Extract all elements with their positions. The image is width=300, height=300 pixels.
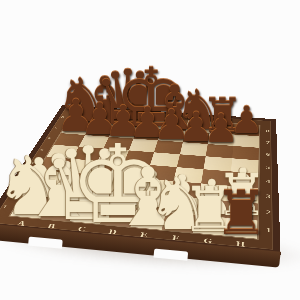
pieces-layer: ♜♞♝♛♚♝♞♜♟♟♟♟♟♟♟♟♟♟♟♟♟♟♟♟♜♞♝♛♚♝♞♜ (0, 0, 300, 300)
black-rook-a8[interactable]: ♜ (214, 183, 268, 243)
black-pawn-h7[interactable]: ♟ (203, 110, 239, 150)
chess-set-photo: ABCDEFGH ABCDEFGH 87654321 87654321 ♜♞♝♛… (0, 0, 300, 300)
